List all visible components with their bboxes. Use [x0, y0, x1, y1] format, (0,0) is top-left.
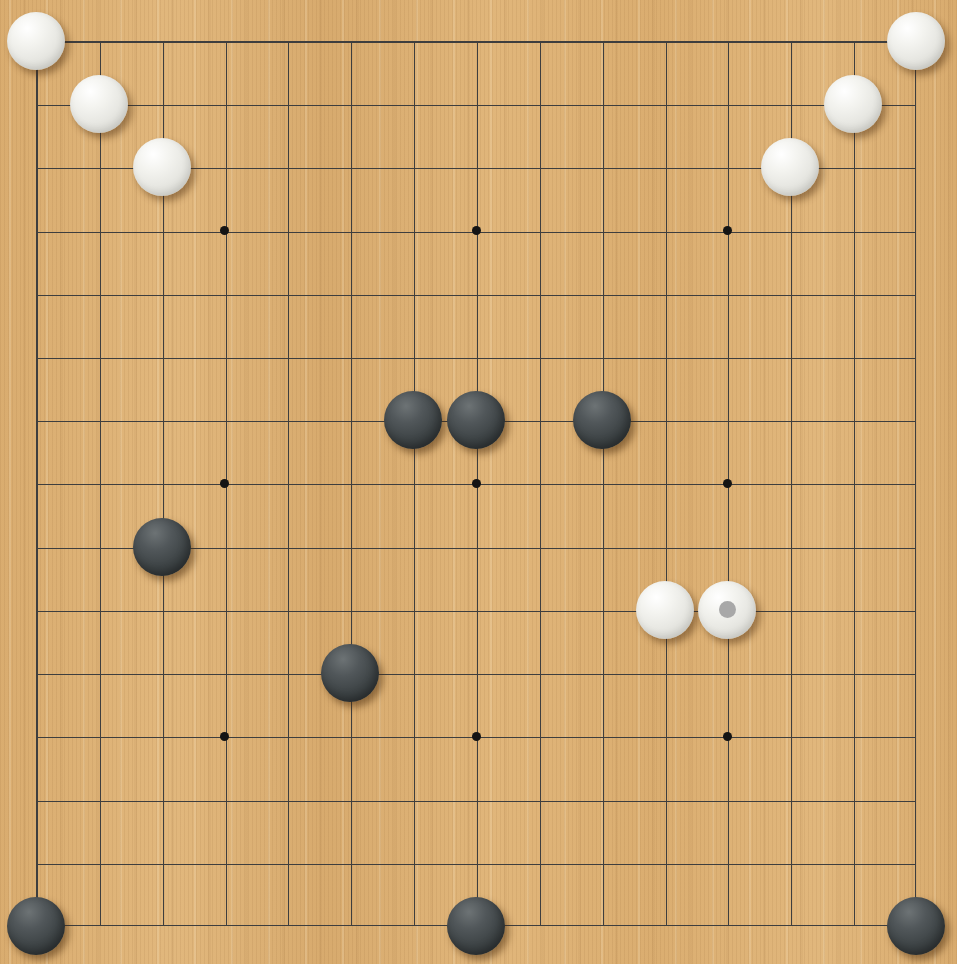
black-stone[interactable] [447, 391, 505, 449]
white-stone[interactable] [824, 75, 882, 133]
white-stone[interactable] [70, 75, 128, 133]
white-stone[interactable] [887, 12, 945, 70]
hoshi-point [472, 732, 481, 741]
black-stone[interactable] [133, 518, 191, 576]
white-stone[interactable] [636, 581, 694, 639]
white-stone[interactable] [698, 581, 756, 639]
white-stone[interactable] [133, 138, 191, 196]
white-stone[interactable] [761, 138, 819, 196]
board-grid[interactable] [5, 9, 948, 957]
black-stone[interactable] [7, 897, 65, 955]
hoshi-point [220, 732, 229, 741]
black-stone[interactable] [573, 391, 631, 449]
hoshi-point [220, 226, 229, 235]
black-stone[interactable] [384, 391, 442, 449]
black-stone[interactable] [887, 897, 945, 955]
white-stone[interactable] [7, 12, 65, 70]
hoshi-point [723, 479, 732, 488]
hoshi-point [472, 479, 481, 488]
black-stone[interactable] [447, 897, 505, 955]
black-stone[interactable] [321, 644, 379, 702]
hoshi-point [472, 226, 481, 235]
hoshi-point [723, 226, 732, 235]
last-move-marker [719, 601, 736, 618]
go-board [0, 0, 957, 964]
hoshi-point [723, 732, 732, 741]
hoshi-point [220, 479, 229, 488]
